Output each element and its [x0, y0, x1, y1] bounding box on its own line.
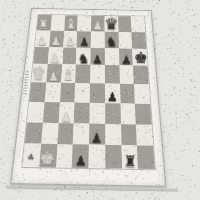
square-c7: ♟ [63, 31, 78, 48]
chess-board: ♜♝♟♛♟♟♟♟♞♟♞♟♟♚♛♟♝♟♟♟♣♚♟♜ [10, 8, 166, 187]
square-g3 [120, 103, 136, 124]
square-a5: ♛ [31, 64, 47, 83]
black-pawn-piece: ♟ [107, 91, 118, 103]
black-knight-piece: ♞ [77, 51, 89, 65]
square-b4 [44, 83, 60, 103]
square-h8 [131, 16, 145, 32]
square-b3 [43, 102, 60, 123]
square-h5 [133, 66, 149, 85]
square-a2 [25, 122, 43, 144]
black-king-piece: ♚ [133, 50, 147, 66]
square-g4 [119, 84, 135, 104]
square-b7: ♟ [49, 31, 64, 48]
square-d1: ♟ [72, 145, 89, 168]
square-f3 [105, 103, 121, 124]
square-f2 [105, 123, 121, 145]
black-pawn-piece: ♟ [74, 154, 86, 168]
square-g7 [118, 32, 132, 49]
chess-board-wrap: ♜♝♟♛♟♟♟♟♞♟♞♟♟♚♛♟♝♟♟♟♣♚♟♜ [10, 8, 166, 187]
square-e7 [91, 31, 105, 48]
square-d5 [75, 65, 90, 84]
square-c5: ♝ [61, 64, 76, 83]
white-bishop-piece: ♝ [64, 17, 77, 31]
square-f4: ♟ [105, 84, 120, 104]
square-d2 [73, 123, 89, 145]
square-h1 [137, 146, 155, 169]
square-e2: ♟ [89, 123, 105, 145]
square-g1: ♜ [121, 145, 138, 168]
board-grid: ♜♝♟♛♟♟♟♟♞♟♞♟♟♚♛♟♝♟♟♟♣♚♟♜ [21, 14, 156, 170]
square-c2 [57, 123, 74, 145]
black-pawn-piece: ♟ [92, 53, 103, 65]
square-c1 [55, 144, 72, 167]
square-d7: ♟ [77, 31, 91, 48]
square-g2 [120, 124, 137, 146]
square-a8: ♜ [37, 15, 52, 31]
black-queen-piece: ♛ [104, 16, 118, 32]
white-king-piece: ♚ [39, 149, 55, 167]
square-e8: ♟ [91, 16, 105, 32]
white-pawn-piece: ♟ [37, 35, 47, 46]
white-pawn-piece: ♟ [60, 110, 72, 123]
square-f1 [105, 145, 122, 168]
white-rook-piece: ♜ [38, 18, 49, 30]
black-pawn-piece: ♟ [79, 36, 89, 47]
square-b5: ♟ [46, 64, 62, 83]
white-pawn-piece: ♟ [65, 36, 75, 47]
square-g5 [119, 65, 134, 84]
square-h7 [132, 32, 147, 49]
square-e6: ♟ [90, 48, 104, 66]
white-pawn-piece: ♟ [48, 71, 59, 83]
black-pawn-piece: ♟ [91, 132, 103, 145]
square-e4 [90, 83, 105, 103]
black-pawn-piece: ♟ [121, 54, 132, 66]
black-knight-piece: ♞ [106, 35, 118, 48]
square-a7: ♟ [35, 30, 50, 47]
square-a3 [27, 102, 44, 123]
square-h3 [135, 103, 152, 124]
square-c8: ♝ [64, 15, 78, 31]
square-d6: ♞ [76, 47, 91, 65]
square-f5 [105, 65, 120, 84]
square-c3: ♟ [58, 102, 74, 123]
square-d3 [74, 102, 90, 123]
square-c6 [62, 47, 77, 65]
square-g8 [118, 16, 132, 32]
white-queen-piece: ♛ [31, 65, 46, 82]
square-f6 [105, 48, 119, 66]
photo-scene: ♜♝♟♛♟♟♟♟♞♟♞♟♟♚♛♟♝♟♟♟♣♚♟♜ [0, 0, 200, 200]
square-h4 [134, 84, 150, 104]
board-corner-emblem: ♣ [27, 153, 35, 162]
square-h6: ♚ [132, 48, 147, 66]
black-rook-piece: ♜ [123, 154, 136, 169]
square-d4 [75, 83, 90, 103]
square-e3 [89, 103, 105, 124]
square-a6 [33, 47, 49, 65]
square-b6: ♟ [48, 47, 63, 65]
white-pawn-piece: ♟ [51, 36, 61, 47]
square-f8: ♛ [104, 16, 118, 32]
square-f7: ♞ [105, 31, 119, 48]
square-b1: ♚ [39, 144, 57, 167]
square-h2 [136, 124, 153, 146]
square-b2 [41, 122, 58, 144]
white-pawn-piece: ♟ [49, 53, 60, 65]
square-g6: ♟ [118, 48, 133, 66]
square-e5 [90, 65, 105, 84]
square-c4 [59, 83, 75, 103]
square-a4 [29, 82, 46, 102]
square-e1 [89, 145, 106, 168]
white-bishop-piece: ♝ [61, 68, 75, 83]
square-d8 [77, 15, 91, 31]
square-b8 [50, 15, 65, 31]
white-pawn-piece: ♟ [93, 20, 103, 31]
